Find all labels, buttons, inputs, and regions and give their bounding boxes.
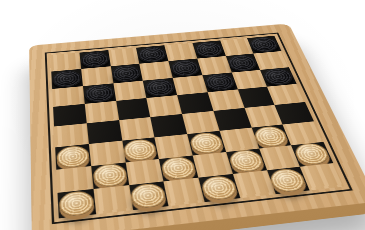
square-g3[interactable] xyxy=(251,124,291,148)
wood-man[interactable] xyxy=(56,145,90,169)
wood-man[interactable] xyxy=(292,142,332,166)
wood-man[interactable] xyxy=(130,182,168,209)
square-b3[interactable] xyxy=(89,141,126,166)
square-a2[interactable] xyxy=(56,166,93,193)
wood-man[interactable] xyxy=(188,131,224,154)
wood-man[interactable] xyxy=(200,175,239,201)
square-e1[interactable] xyxy=(198,174,240,202)
wood-man[interactable] xyxy=(252,125,290,148)
black-man[interactable] xyxy=(144,78,176,97)
square-b1[interactable] xyxy=(93,185,132,214)
square-d1[interactable] xyxy=(164,178,205,206)
square-d3[interactable] xyxy=(155,134,193,159)
square-c2[interactable] xyxy=(125,159,164,186)
square-d2[interactable] xyxy=(159,155,198,181)
square-b5[interactable] xyxy=(85,101,119,123)
square-c4[interactable] xyxy=(119,117,155,140)
square-a1[interactable] xyxy=(57,189,95,218)
square-g1[interactable] xyxy=(267,167,310,194)
square-b2[interactable] xyxy=(91,162,129,189)
square-a5[interactable] xyxy=(53,104,86,126)
square-e2[interactable] xyxy=(193,152,233,178)
square-e3[interactable] xyxy=(187,131,226,155)
square-c1[interactable] xyxy=(129,182,169,211)
square-h3[interactable] xyxy=(283,121,324,145)
wood-man[interactable] xyxy=(59,190,95,218)
square-a4[interactable] xyxy=(54,123,89,147)
black-man[interactable] xyxy=(203,73,236,92)
board-grid xyxy=(45,33,353,225)
checkers-board xyxy=(29,24,365,230)
square-c5[interactable] xyxy=(116,98,151,120)
black-man[interactable] xyxy=(111,64,142,82)
square-a3[interactable] xyxy=(55,144,91,170)
square-h1[interactable] xyxy=(300,163,344,190)
square-d4[interactable] xyxy=(150,114,187,137)
square-f3[interactable] xyxy=(219,127,258,151)
black-man[interactable] xyxy=(84,84,115,104)
black-man[interactable] xyxy=(52,69,82,88)
square-h2[interactable] xyxy=(291,142,333,167)
square-b4[interactable] xyxy=(87,120,122,144)
square-f2[interactable] xyxy=(226,148,267,174)
black-man[interactable] xyxy=(169,59,201,77)
wood-man[interactable] xyxy=(160,156,197,181)
wood-man[interactable] xyxy=(227,149,266,173)
wood-man[interactable] xyxy=(268,168,309,194)
wood-man[interactable] xyxy=(123,138,158,162)
square-f1[interactable] xyxy=(233,170,275,198)
square-h4[interactable] xyxy=(275,102,314,124)
black-man[interactable] xyxy=(261,68,295,87)
wood-man[interactable] xyxy=(92,163,128,188)
square-g2[interactable] xyxy=(259,145,301,171)
square-c3[interactable] xyxy=(122,137,159,162)
square-e4[interactable] xyxy=(182,111,219,134)
photo-scene xyxy=(0,0,365,230)
